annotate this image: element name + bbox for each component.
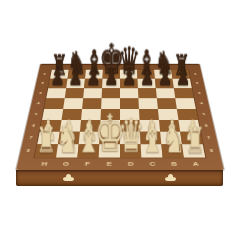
square bbox=[120, 88, 138, 98]
square: ♟ bbox=[79, 132, 100, 145]
piece-black-rook: ♜ bbox=[173, 53, 190, 79]
piece-white-pawn: ♟ bbox=[163, 118, 180, 143]
rank-label: 1 bbox=[194, 73, 197, 75]
piece-white-pawn: ♟ bbox=[39, 118, 56, 143]
rank-label: 7 bbox=[207, 136, 211, 139]
square: ♟ bbox=[160, 132, 182, 145]
piece-white-pawn: ♟ bbox=[60, 118, 77, 143]
file-label: A bbox=[192, 161, 199, 166]
case-front-face bbox=[16, 170, 223, 186]
square: ♟ bbox=[120, 79, 138, 88]
square: ♟ bbox=[172, 79, 191, 88]
piece-black-knight: ♞ bbox=[154, 49, 173, 78]
square: ♟ bbox=[180, 132, 202, 145]
square bbox=[44, 98, 64, 109]
piece-black-bishop: ♝ bbox=[84, 48, 104, 79]
square bbox=[138, 98, 157, 109]
square: ♟ bbox=[99, 132, 120, 145]
square bbox=[46, 88, 66, 98]
square: ♝ bbox=[137, 70, 155, 79]
square bbox=[120, 120, 140, 132]
rank-label: 4 bbox=[200, 102, 203, 105]
square: ♝ bbox=[141, 144, 163, 157]
square bbox=[175, 98, 195, 109]
square bbox=[62, 109, 83, 120]
product-photo: 12345678 12345678 HGFEDCBA ♜♞♝♚♛♝♞♜♟♟♟♟♟… bbox=[0, 0, 235, 235]
square: ♟ bbox=[102, 79, 120, 88]
rank-label: 8 bbox=[26, 149, 30, 152]
square bbox=[139, 120, 160, 132]
square bbox=[139, 109, 159, 120]
square bbox=[101, 109, 120, 120]
square: ♜ bbox=[50, 70, 69, 79]
square bbox=[63, 98, 83, 109]
piece-white-knight: ♞ bbox=[162, 122, 185, 157]
square: ♟ bbox=[140, 132, 161, 145]
piece-white-knight: ♞ bbox=[55, 122, 78, 157]
square bbox=[65, 88, 84, 98]
square: ♞ bbox=[154, 70, 172, 79]
square: ♟ bbox=[37, 132, 59, 145]
rank-label: 3 bbox=[198, 92, 201, 95]
rank-label: 4 bbox=[37, 102, 40, 105]
square: ♞ bbox=[68, 70, 86, 79]
piece-white-pawn: ♟ bbox=[184, 118, 201, 143]
square: ♟ bbox=[58, 132, 80, 145]
square bbox=[138, 88, 157, 98]
square: ♟ bbox=[155, 79, 174, 88]
square: ♟ bbox=[66, 79, 85, 88]
square: ♟ bbox=[120, 132, 141, 145]
rank-label: 5 bbox=[34, 113, 37, 116]
rank-label: 8 bbox=[210, 149, 214, 152]
square bbox=[158, 109, 179, 120]
square bbox=[80, 120, 101, 132]
piece-black-knight: ♞ bbox=[67, 49, 86, 78]
square: ♞ bbox=[56, 144, 79, 157]
square bbox=[156, 88, 175, 98]
square bbox=[174, 88, 194, 98]
square bbox=[82, 98, 101, 109]
square: ♟ bbox=[84, 79, 102, 88]
square bbox=[159, 120, 180, 132]
file-label: D bbox=[128, 161, 134, 166]
file-label: B bbox=[171, 161, 177, 166]
chess-set-scene: 12345678 12345678 HGFEDCBA ♜♞♝♚♛♝♞♜♟♟♟♟♟… bbox=[0, 0, 235, 235]
square: ♞ bbox=[161, 144, 184, 157]
square bbox=[101, 98, 120, 109]
square bbox=[102, 88, 120, 98]
rank-label: 6 bbox=[32, 124, 36, 127]
file-label: H bbox=[41, 161, 48, 166]
file-label: F bbox=[85, 161, 90, 166]
square bbox=[83, 88, 102, 98]
clasp-left-icon bbox=[63, 174, 74, 182]
piece-white-pawn: ♟ bbox=[122, 118, 139, 143]
square bbox=[178, 120, 200, 132]
square bbox=[81, 109, 101, 120]
square bbox=[40, 120, 62, 132]
file-label: E bbox=[106, 161, 111, 166]
rank-label: 7 bbox=[29, 136, 33, 139]
rank-label: 2 bbox=[41, 82, 44, 84]
square: ♛ bbox=[120, 144, 141, 157]
piece-black-bishop: ♝ bbox=[136, 48, 156, 79]
square bbox=[177, 109, 198, 120]
square bbox=[100, 120, 120, 132]
piece-white-pawn: ♟ bbox=[81, 118, 98, 143]
rank-label: 2 bbox=[196, 82, 199, 84]
square bbox=[157, 98, 177, 109]
square: ♜ bbox=[182, 144, 205, 157]
square: ♜ bbox=[35, 144, 58, 157]
rank-label: 5 bbox=[202, 113, 205, 116]
file-label: G bbox=[63, 161, 70, 166]
file-label: C bbox=[149, 161, 155, 166]
square bbox=[42, 109, 63, 120]
rank-label: 3 bbox=[39, 92, 42, 95]
piece-white-pawn: ♟ bbox=[101, 118, 118, 143]
square: ♜ bbox=[171, 70, 190, 79]
square: ♝ bbox=[77, 144, 99, 157]
square: ♝ bbox=[85, 70, 103, 79]
piece-white-pawn: ♟ bbox=[143, 118, 160, 143]
chess-board: 12345678 12345678 HGFEDCBA ♜♞♝♚♛♝♞♜♟♟♟♟♟… bbox=[16, 64, 224, 170]
piece-black-rook: ♜ bbox=[50, 53, 67, 79]
file-labels-front: HGFEDCBA bbox=[33, 160, 207, 168]
squares-grid: ♜♞♝♚♛♝♞♜♟♟♟♟♟♟♟♟♟♟♟♟♟♟♟♟♜♞♝♚♛♝♞♜ bbox=[35, 70, 205, 158]
square bbox=[120, 109, 139, 120]
rank-label: 1 bbox=[43, 73, 46, 75]
square: ♚ bbox=[103, 70, 120, 79]
square bbox=[120, 98, 139, 109]
square: ♟ bbox=[137, 79, 155, 88]
square: ♛ bbox=[120, 70, 137, 79]
square: ♟ bbox=[48, 79, 67, 88]
rank-label: 6 bbox=[205, 124, 209, 127]
square bbox=[60, 120, 81, 132]
square: ♚ bbox=[99, 144, 120, 157]
clasp-right-icon bbox=[165, 174, 176, 182]
